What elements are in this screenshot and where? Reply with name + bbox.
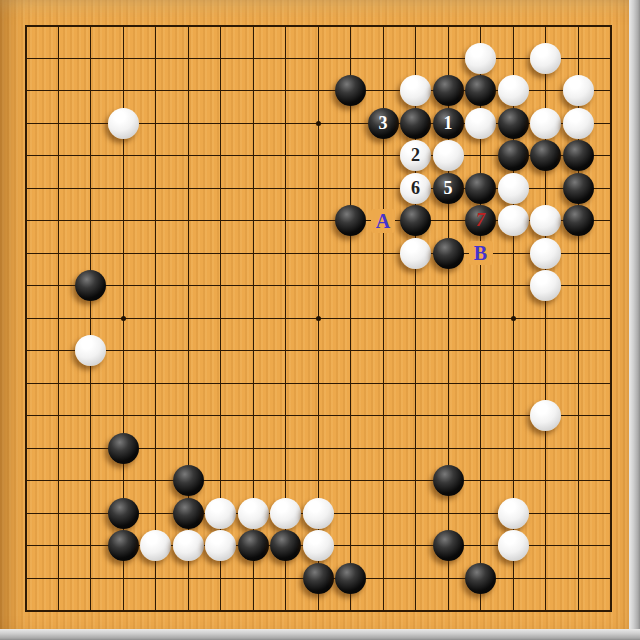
grid-line-vertical <box>350 25 351 612</box>
white-stone <box>108 108 139 139</box>
grid-line-horizontal <box>25 610 612 612</box>
white-stone <box>563 108 594 139</box>
black-stone: 5 <box>433 173 464 204</box>
white-stone <box>498 75 529 106</box>
white-stone: 2 <box>400 140 431 171</box>
white-stone <box>433 140 464 171</box>
black-stone <box>303 563 334 594</box>
black-stone <box>238 530 269 561</box>
star-point <box>316 121 321 126</box>
white-stone <box>498 530 529 561</box>
board-side-edge-bottom <box>0 629 640 640</box>
black-stone <box>400 205 431 236</box>
white-stone <box>238 498 269 529</box>
white-stone <box>530 43 561 74</box>
black-stone <box>75 270 106 301</box>
white-stone <box>530 238 561 269</box>
move-number-1: 1 <box>433 108 464 139</box>
black-stone: 3 <box>368 108 399 139</box>
black-stone <box>465 173 496 204</box>
white-stone <box>205 498 236 529</box>
black-stone <box>498 108 529 139</box>
black-stone <box>433 465 464 496</box>
white-stone <box>530 108 561 139</box>
white-stone <box>173 530 204 561</box>
black-stone <box>563 140 594 171</box>
white-stone: 6 <box>400 173 431 204</box>
star-point <box>316 316 321 321</box>
black-stone <box>108 433 139 464</box>
black-stone <box>335 563 366 594</box>
variation-label-b[interactable]: B <box>469 241 493 265</box>
grid-line-vertical <box>610 25 612 612</box>
white-stone <box>530 205 561 236</box>
move-number-3: 3 <box>368 108 399 139</box>
white-stone <box>140 530 171 561</box>
board-side-edge-right <box>629 0 640 640</box>
black-stone <box>433 238 464 269</box>
move-number-2: 2 <box>400 140 431 171</box>
move-number-7: 7 <box>465 205 496 236</box>
grid-line-horizontal <box>25 415 612 416</box>
black-stone <box>563 205 594 236</box>
black-stone <box>108 530 139 561</box>
black-stone: 7 <box>465 205 496 236</box>
grid-line-horizontal <box>25 350 612 351</box>
star-point <box>511 316 516 321</box>
black-stone: 1 <box>433 108 464 139</box>
black-stone <box>433 75 464 106</box>
black-stone <box>400 108 431 139</box>
black-stone <box>465 75 496 106</box>
go-board[interactable]: 312657AB <box>0 0 640 640</box>
star-point <box>121 316 126 321</box>
grid-line-horizontal <box>25 480 612 481</box>
black-stone <box>433 530 464 561</box>
white-stone <box>465 108 496 139</box>
white-stone <box>75 335 106 366</box>
white-stone <box>530 400 561 431</box>
white-stone <box>563 75 594 106</box>
black-stone <box>563 173 594 204</box>
white-stone <box>465 43 496 74</box>
move-number-6: 6 <box>400 173 431 204</box>
black-stone <box>173 498 204 529</box>
grid-line-horizontal <box>25 383 612 384</box>
white-stone <box>498 205 529 236</box>
black-stone <box>335 205 366 236</box>
white-stone <box>400 238 431 269</box>
black-stone <box>465 563 496 594</box>
black-stone <box>335 75 366 106</box>
black-stone <box>530 140 561 171</box>
white-stone <box>270 498 301 529</box>
white-stone <box>530 270 561 301</box>
move-number-5: 5 <box>433 173 464 204</box>
white-stone <box>400 75 431 106</box>
white-stone <box>303 530 334 561</box>
white-stone <box>303 498 334 529</box>
white-stone <box>498 498 529 529</box>
variation-label-a[interactable]: A <box>371 209 395 233</box>
black-stone <box>173 465 204 496</box>
black-stone <box>108 498 139 529</box>
white-stone <box>498 173 529 204</box>
white-stone <box>205 530 236 561</box>
black-stone <box>498 140 529 171</box>
black-stone <box>270 530 301 561</box>
